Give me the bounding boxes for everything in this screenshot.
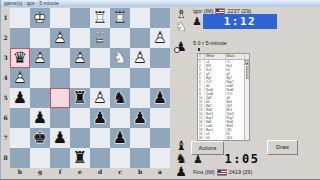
rank-label-5: 5	[1, 88, 10, 108]
square-b4[interactable]	[130, 68, 150, 88]
rank-label-4: 4	[1, 68, 10, 88]
square-e5[interactable]: ♜	[70, 88, 90, 108]
black-pawn: ♟	[110, 128, 130, 148]
square-g6[interactable]: ♟	[30, 108, 50, 128]
square-g1[interactable]: ♚♔	[30, 8, 50, 28]
black-pawn: ♟	[130, 108, 150, 128]
square-c8[interactable]	[110, 148, 130, 168]
square-e8[interactable]: ♜	[70, 148, 90, 168]
move-list-body[interactable]: 1c4c52Nf3Nc63Nc3e54g3g65Bg2Bg76O-ONge77d…	[198, 60, 249, 140]
square-a5[interactable]: ♟	[150, 88, 170, 108]
black-knight: ♞	[110, 88, 130, 108]
square-b3[interactable]: ♟♙	[130, 48, 150, 68]
square-h8[interactable]	[10, 148, 30, 168]
square-c1[interactable]: ♜♖	[110, 8, 130, 28]
white-pawn: ♟♙	[30, 48, 50, 68]
square-d1[interactable]: ♜♖	[90, 8, 110, 28]
black-pawn: ♟	[50, 128, 70, 148]
white-rook: ♜♖	[110, 8, 130, 28]
rank-label-3: 3	[1, 48, 10, 68]
white-pawn: ♟♙	[130, 48, 150, 68]
square-d3[interactable]	[90, 48, 110, 68]
square-g3[interactable]: ♟♙	[30, 48, 50, 68]
square-h3[interactable]: ♛	[10, 48, 30, 68]
white-pawn: ♟♙	[10, 68, 30, 88]
bottom-player-line: Fins (IM) 2419 (29)	[193, 168, 252, 176]
black-queen: ♛	[10, 48, 30, 68]
square-b6[interactable]: ♟	[130, 108, 150, 128]
square-h1[interactable]	[10, 8, 30, 28]
square-h5[interactable]: ♟	[10, 88, 30, 108]
square-b1[interactable]	[130, 8, 150, 28]
black-pawn: ♟	[90, 108, 110, 128]
square-f7[interactable]: ♟	[50, 128, 70, 148]
square-c5[interactable]: ♞	[110, 88, 130, 108]
square-g7[interactable]: ♚	[30, 128, 50, 148]
square-a6[interactable]	[150, 108, 170, 128]
square-a7[interactable]	[150, 128, 170, 148]
white-knight: ♞♘	[110, 48, 130, 68]
square-a4[interactable]	[150, 68, 170, 88]
square-g5[interactable]	[30, 88, 50, 108]
square-h6[interactable]	[10, 108, 30, 128]
square-b5[interactable]	[130, 88, 150, 108]
white-pawn: ♟♙	[90, 88, 110, 108]
black-rook: ♜	[70, 148, 90, 168]
move-row[interactable]: 20h4Qh3	[198, 136, 249, 140]
square-c2[interactable]	[110, 28, 130, 48]
bottom-color-pawn-icon: ♟	[193, 153, 203, 165]
col-white: White	[205, 54, 226, 59]
square-h2[interactable]	[10, 28, 30, 48]
bottom-player-clock: 1:05	[205, 151, 279, 167]
scroll-thumb[interactable]	[246, 66, 250, 79]
white-rook: ♜♖	[90, 8, 110, 28]
black-rook: ♜	[70, 88, 90, 108]
square-a8[interactable]	[150, 148, 170, 168]
square-f2[interactable]: ♟♙	[50, 28, 70, 48]
bottom-player-rating: 2419 (29)	[229, 169, 253, 175]
square-h7[interactable]	[10, 128, 30, 148]
square-b7[interactable]	[130, 128, 150, 148]
square-f6[interactable]	[50, 108, 70, 128]
square-c4[interactable]	[110, 68, 130, 88]
black-pawn: ♟	[10, 88, 30, 108]
col-black: Black	[226, 54, 246, 59]
white-pawn: ♟♙	[50, 28, 70, 48]
square-c6[interactable]	[110, 108, 130, 128]
file-label-c: c	[110, 167, 130, 176]
file-label-f: f	[50, 167, 70, 176]
square-f4[interactable]	[50, 68, 70, 88]
game-type-pawn-clock-icon: ♟	[174, 39, 189, 54]
square-d8[interactable]	[90, 148, 110, 168]
move-list[interactable]: # White Black 1c4c52Nf3Nc63Nc3e54g3g65Bg…	[197, 53, 250, 141]
square-d4[interactable]	[90, 68, 110, 88]
square-h4[interactable]: ♟♙	[10, 68, 30, 88]
window-title[interactable]: game(s) : igor - 5-minute	[1, 0, 320, 7]
black-king: ♚	[30, 128, 50, 148]
top-player-clock: 1:12	[203, 14, 277, 29]
file-label-b: b	[130, 167, 150, 176]
chess-board[interactable]: ♚♔♜♖♜♖♟♙♛♕♟♙♛♟♙♟♙♞♘♟♙♟♙♟♜♟♙♞♟♟♟♟♚♟♟♜	[10, 8, 170, 168]
black-pawn-icon: ♟	[173, 165, 189, 179]
square-c7[interactable]: ♟	[110, 128, 130, 148]
bottom-player-flag-icon	[217, 169, 227, 176]
square-f5[interactable]	[50, 88, 70, 108]
file-label-g: g	[30, 167, 50, 176]
square-f3[interactable]	[50, 48, 70, 68]
square-e6[interactable]	[70, 108, 90, 128]
square-b2[interactable]	[130, 28, 150, 48]
square-a1[interactable]	[150, 8, 170, 28]
black-pawn: ♟	[150, 88, 170, 108]
white-knight-icon: ♞♘	[173, 20, 189, 34]
square-e2[interactable]	[70, 28, 90, 48]
file-label-d: d	[90, 167, 110, 176]
clock-dot-icon	[174, 47, 180, 53]
time-control-label: 5 0 r 5-minute	[193, 40, 227, 46]
rank-label-1: 1	[1, 8, 10, 28]
square-b8[interactable]	[130, 148, 150, 168]
square-d2[interactable]: ♛♕	[90, 28, 110, 48]
square-d7[interactable]	[90, 128, 110, 148]
rank-label-2: 2	[1, 28, 10, 48]
col-number: #	[198, 54, 205, 59]
square-g4[interactable]	[30, 68, 50, 88]
square-e7[interactable]	[70, 128, 90, 148]
move-list-scrollbar[interactable]: ▲ ▼	[244, 60, 249, 140]
scroll-up-icon[interactable]: ▲	[245, 60, 249, 65]
square-d5[interactable]: ♟♙	[90, 88, 110, 108]
square-a2[interactable]: ♟♙	[150, 28, 170, 48]
square-a3[interactable]	[150, 48, 170, 68]
white-pawn: ♟♙	[70, 48, 90, 68]
square-g8[interactable]	[30, 148, 50, 168]
square-e4[interactable]	[70, 68, 90, 88]
square-g2[interactable]	[30, 28, 50, 48]
square-c3[interactable]: ♞♘	[110, 48, 130, 68]
caret-mark	[198, 48, 200, 51]
square-e1[interactable]	[70, 8, 90, 28]
black-pawn: ♟	[30, 108, 50, 128]
file-label-h: h	[10, 167, 30, 176]
square-d6[interactable]: ♟	[90, 108, 110, 128]
square-e3[interactable]: ♟♙	[70, 48, 90, 68]
game-window: game(s) : igor - 5-minute 12345678 ♚♔♜♖♜…	[0, 0, 320, 180]
square-f1[interactable]	[50, 8, 70, 28]
rank-label-6: 6	[1, 108, 10, 128]
square-f8[interactable]	[50, 148, 70, 168]
rank-label-8: 8	[1, 148, 10, 168]
top-color-pawn-icon: ♟	[192, 15, 202, 27]
bottom-player-name: Fins (IM)	[193, 169, 215, 175]
white-king: ♚♔	[30, 8, 50, 28]
file-label-e: e	[70, 167, 90, 176]
white-queen: ♛♕	[90, 28, 110, 48]
rank-label-7: 7	[1, 128, 10, 148]
file-label-a: a	[150, 167, 170, 176]
white-pawn: ♟♙	[150, 28, 170, 48]
